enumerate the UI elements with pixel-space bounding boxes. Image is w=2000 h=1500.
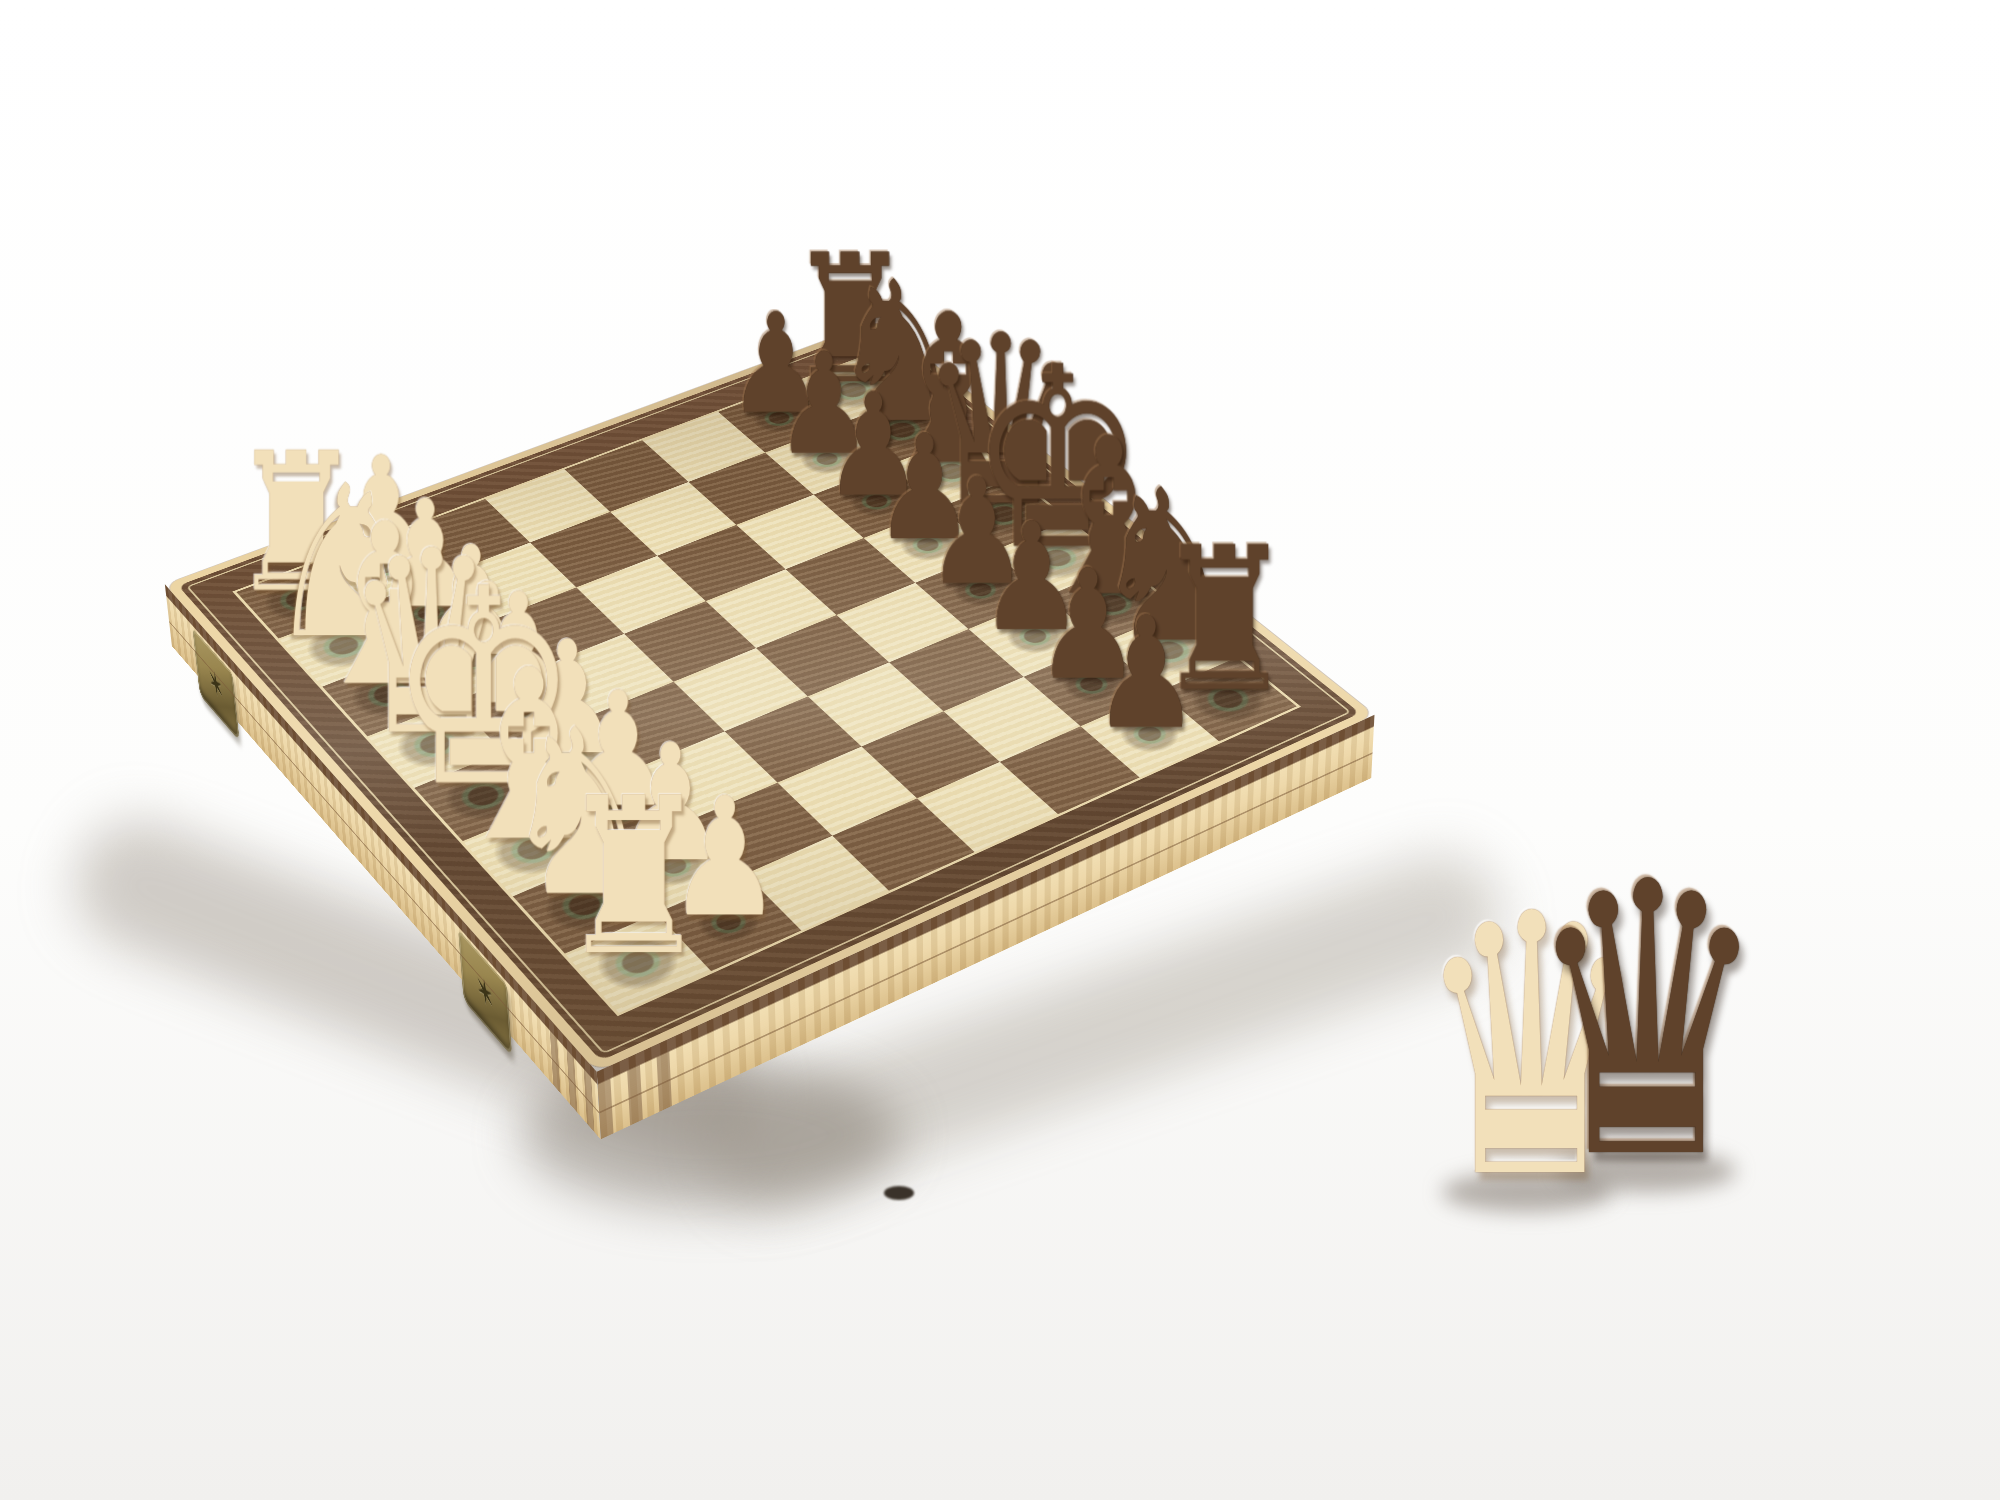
rook-glyph: ♜: [539, 791, 729, 964]
chess-board: ✶ ✶ ♜♞♝♛♚♝♞♜♟♟♟♟♟♟♟♟♟♟♟♟♟♟♟♟♜♞♝♛♚♝♞♜: [165, 321, 1375, 1072]
clasp-emblem-icon: ✶: [475, 964, 496, 1022]
pawn-glyph: ♟: [1058, 612, 1235, 736]
scene: ✶ ✶ ♜♞♝♛♚♝♞♜♟♟♟♟♟♟♟♟♟♟♟♟♟♟♟♟♜♞♝♛♚♝♞♜: [0, 0, 2000, 1500]
clasp-emblem-icon: ✶: [207, 659, 225, 711]
